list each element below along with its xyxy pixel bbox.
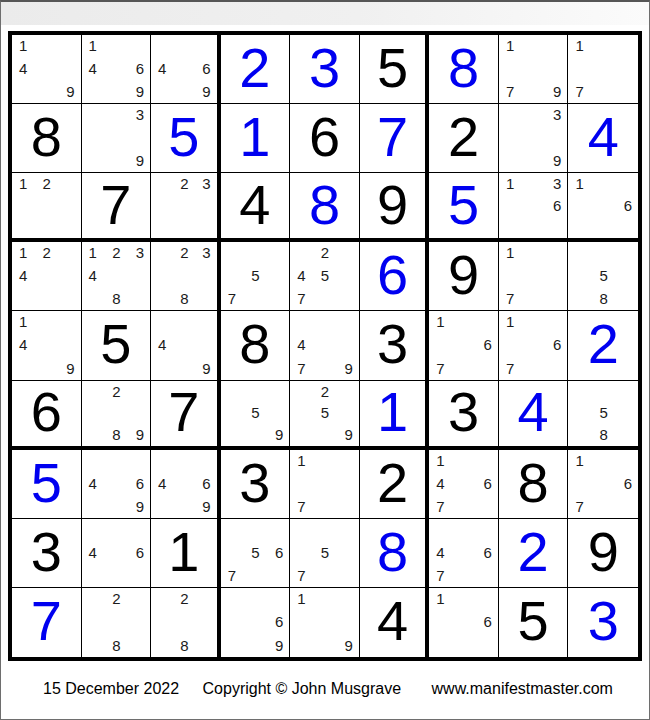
pencil-mark: 5 [321,268,329,283]
cell-r9c4[interactable]: 69 [221,588,291,657]
cell-r8c1[interactable]: 3 [12,519,82,588]
cell-r7c1[interactable]: 5 [12,450,82,519]
pencil-mark: 1 [297,453,305,468]
cell-r2c3[interactable]: 5 [151,104,221,173]
cell-value-given: 5 [100,316,131,372]
cell-value-given: 2 [448,109,479,165]
pencil-mark: 4 [158,61,166,76]
pencil-mark: 4 [19,337,27,352]
pencil-mark: 3 [136,245,144,260]
pencil-mark: 7 [228,291,236,306]
pencil-mark: 5 [600,268,608,283]
cell-value-solved: 4 [588,109,619,165]
cell-r4c7[interactable]: 9 [429,242,499,311]
pencil-mark: 4 [297,268,305,283]
pencil-marks: 469 [82,450,151,518]
pencil-marks: 167 [499,311,568,379]
cell-r8c6[interactable]: 8 [360,519,430,588]
cell-r1c7[interactable]: 8 [429,35,499,104]
pencil-mark: 2 [321,384,329,399]
cell-value-solved: 3 [309,40,340,96]
pencil-mark: 5 [251,405,259,420]
cell-value-solved: 5 [31,455,62,511]
cell-r1c1[interactable]: 149 [12,35,82,104]
pencil-mark: 5 [600,405,608,420]
cell-value-given: 9 [448,247,479,303]
cell-r6c4[interactable]: 59 [221,381,291,450]
pencil-mark: 9 [202,84,210,99]
cell-r5c5[interactable]: 479 [290,311,360,380]
pencil-mark: 1 [19,38,27,53]
pencil-mark: 6 [484,614,492,629]
cell-r3c1[interactable]: 12 [12,173,82,242]
footer-website: www.manifestmaster.com [432,680,613,697]
pencil-mark: 6 [275,614,283,629]
cell-r4c4[interactable]: 57 [221,242,291,311]
pencil-mark: 1 [19,314,27,329]
pencil-mark: 3 [553,107,561,122]
pencil-mark: 6 [624,476,632,491]
pencil-mark: 9 [136,153,144,168]
pencil-mark: 9 [344,361,352,376]
cell-r9c3[interactable]: 28 [151,588,221,657]
pencil-marks: 289 [82,381,151,446]
pencil-mark: 6 [136,545,144,560]
pencil-mark: 9 [275,638,283,653]
pencil-mark: 1 [506,245,514,260]
cell-r2c5[interactable]: 6 [290,104,360,173]
cell-r9c8[interactable]: 5 [499,588,569,657]
cell-r3c3[interactable]: 23 [151,173,221,242]
pencil-marks: 69 [221,588,290,657]
pencil-mark: 2 [180,245,188,260]
pencil-mark: 4 [89,476,97,491]
pencil-mark: 6 [202,476,210,491]
pencil-mark: 8 [112,291,120,306]
cell-r7c9[interactable]: 167 [568,450,638,519]
pencil-mark: 9 [344,638,352,653]
sudoku-page: 1491469469235817917839516723941272348951… [0,0,650,720]
cell-value-solved: 2 [239,40,270,96]
cell-value-given: 2 [377,455,408,511]
cell-r2c1[interactable]: 8 [12,104,82,173]
pencil-mark: 9 [136,427,144,442]
pencil-mark: 1 [19,176,27,191]
pencil-mark: 2 [180,591,188,606]
cell-r5c3[interactable]: 49 [151,311,221,380]
cell-value-given: 1 [168,524,199,580]
pencil-mark: 9 [136,499,144,514]
pencil-mark: 8 [112,427,120,442]
pencil-mark: 5 [251,545,259,560]
pencil-mark: 1 [436,314,444,329]
cell-value-given: 4 [239,177,270,233]
pencil-mark: 9 [344,427,352,442]
cell-r3c5[interactable]: 8 [290,173,360,242]
cell-r9c9[interactable]: 3 [568,588,638,657]
pencil-mark: 6 [202,61,210,76]
pencil-mark: 9 [66,84,74,99]
cell-r9c7[interactable]: 16 [429,588,499,657]
cell-value-given: 3 [448,384,479,440]
cell-value-given: 8 [518,455,549,511]
cell-value-given: 4 [377,593,408,649]
pencil-marks: 39 [82,104,151,172]
cell-r2c6[interactable]: 7 [360,104,430,173]
cell-value-solved: 8 [309,177,340,233]
pencil-marks: 23 [151,173,217,238]
cell-r4c5[interactable]: 2457 [290,242,360,311]
pencil-mark: 4 [89,61,97,76]
pencil-mark: 7 [506,84,514,99]
cell-value-solved: 2 [518,524,549,580]
pencil-mark: 8 [180,291,188,306]
pencil-marks: 39 [499,104,568,172]
cell-r3c6[interactable]: 9 [360,173,430,242]
cell-r7c6[interactable]: 2 [360,450,430,519]
cell-value-given: 5 [518,593,549,649]
cell-value-solved: 8 [377,524,408,580]
cell-r8c5[interactable]: 57 [290,519,360,588]
cell-value-given: 9 [588,524,619,580]
pencil-marks: 238 [151,242,217,310]
cell-r8c2[interactable]: 46 [82,519,152,588]
cell-r5c1[interactable]: 149 [12,311,82,380]
pencil-mark: 3 [202,176,210,191]
pencil-mark: 7 [575,499,583,514]
pencil-mark: 1 [506,176,514,191]
pencil-mark: 7 [575,84,583,99]
pencil-mark: 1 [436,591,444,606]
pencil-mark: 9 [136,84,144,99]
cell-r4c6[interactable]: 6 [360,242,430,311]
cell-r6c2[interactable]: 289 [82,381,152,450]
cell-value-solved: 8 [448,40,479,96]
cell-r8c3[interactable]: 1 [151,519,221,588]
cell-value-solved: 2 [588,316,619,372]
cell-value-solved: 5 [448,177,479,233]
pencil-marks: 58 [568,381,638,446]
pencil-mark: 9 [275,427,283,442]
cell-r7c2[interactable]: 469 [82,450,152,519]
pencil-mark: 1 [89,38,97,53]
cell-r5c9[interactable]: 2 [568,311,638,380]
pencil-marks: 467 [429,519,498,587]
pencil-mark: 9 [553,84,561,99]
cell-r6c3[interactable]: 7 [151,381,221,450]
cell-r7c4[interactable]: 3 [221,450,291,519]
pencil-mark: 2 [43,176,51,191]
pencil-mark: 7 [297,361,305,376]
cell-r2c4[interactable]: 1 [221,104,291,173]
pencil-marks: 149 [12,311,81,379]
pencil-mark: 7 [506,291,514,306]
cell-r7c8[interactable]: 8 [499,450,569,519]
pencil-marks: 1469 [82,35,151,103]
cell-r5c2[interactable]: 5 [82,311,152,380]
pencil-marks: 136 [499,173,568,238]
cell-r9c6[interactable]: 4 [360,588,430,657]
pencil-marks: 16 [568,173,638,238]
pencil-mark: 7 [436,361,444,376]
pencil-mark: 6 [136,61,144,76]
cell-r9c5[interactable]: 19 [290,588,360,657]
pencil-mark: 7 [436,568,444,583]
cell-value-solved: 7 [377,109,408,165]
pencil-marks: 57 [221,242,290,310]
pencil-mark: 4 [19,61,27,76]
cell-r1c6[interactable]: 5 [360,35,430,104]
pencil-mark: 1 [19,245,27,260]
pencil-mark: 4 [19,268,27,283]
pencil-mark: 4 [436,476,444,491]
cell-r3c2[interactable]: 7 [82,173,152,242]
pencil-mark: 3 [202,245,210,260]
cell-r9c2[interactable]: 28 [82,588,152,657]
pencil-mark: 1 [575,453,583,468]
pencil-mark: 8 [600,291,608,306]
cell-r4c9[interactable]: 58 [568,242,638,311]
cell-r1c9[interactable]: 17 [568,35,638,104]
cell-r5c7[interactable]: 167 [429,311,499,380]
cell-r5c6[interactable]: 3 [360,311,430,380]
cell-r2c8[interactable]: 39 [499,104,569,173]
pencil-marks: 28 [151,588,217,657]
pencil-mark: 6 [553,198,561,213]
cell-r4c8[interactable]: 17 [499,242,569,311]
pencil-marks: 49 [151,311,217,379]
pencil-mark: 4 [297,337,305,352]
pencil-marks: 124 [12,242,81,310]
cell-r6c8[interactable]: 4 [499,381,569,450]
cell-value-solved: 5 [168,109,199,165]
cell-r4c1[interactable]: 124 [12,242,82,311]
cell-value-given: 9 [377,177,408,233]
pencil-marks: 17 [290,450,359,518]
cell-r1c5[interactable]: 3 [290,35,360,104]
cell-r3c4[interactable]: 4 [221,173,291,242]
cell-value-given: 7 [100,177,131,233]
cell-value-given: 7 [168,384,199,440]
pencil-marks: 469 [151,35,217,103]
pencil-marks: 479 [290,311,359,379]
pencil-mark: 4 [89,268,97,283]
cell-value-solved: 4 [518,384,549,440]
pencil-mark: 3 [553,176,561,191]
cell-value-solved: 1 [377,384,408,440]
pencil-mark: 1 [297,591,305,606]
cell-value-given: 3 [31,524,62,580]
footer-date: 15 December 2022 [43,680,179,697]
cell-r2c2[interactable]: 39 [82,104,152,173]
cell-value-given: 8 [31,109,62,165]
pencil-marks: 2457 [290,242,359,310]
pencil-marks: 57 [290,519,359,587]
cell-r5c8[interactable]: 167 [499,311,569,380]
pencil-mark: 1 [506,314,514,329]
pencil-marks: 1467 [429,450,498,518]
cell-r8c7[interactable]: 467 [429,519,499,588]
pencil-marks: 179 [499,35,568,103]
cell-r1c2[interactable]: 1469 [82,35,152,104]
cell-r5c4[interactable]: 8 [221,311,291,380]
cell-r2c7[interactable]: 2 [429,104,499,173]
pencil-mark: 7 [297,291,305,306]
pencil-mark: 2 [112,591,120,606]
pencil-mark: 9 [553,153,561,168]
pencil-mark: 2 [180,176,188,191]
pencil-mark: 9 [202,499,210,514]
cell-value-solved: 1 [239,109,270,165]
pencil-marks: 12 [12,173,81,238]
pencil-marks: 19 [290,588,359,657]
pencil-mark: 4 [436,545,444,560]
cell-r2c9[interactable]: 4 [568,104,638,173]
cell-value-given: 3 [377,316,408,372]
pencil-marks: 28 [82,588,151,657]
footer: 15 December 2022 Copyright © John Musgra… [43,680,613,698]
pencil-marks: 17 [568,35,638,103]
cell-value-given: 6 [309,109,340,165]
pencil-mark: 2 [112,384,120,399]
cell-r6c9[interactable]: 58 [568,381,638,450]
pencil-mark: 6 [484,476,492,491]
window-topbar [1,2,649,25]
pencil-mark: 1 [89,245,97,260]
pencil-marks: 567 [221,519,290,587]
footer-copyright: Copyright © John Musgrave [203,680,402,697]
pencil-mark: 1 [506,38,514,53]
pencil-mark: 1 [575,176,583,191]
pencil-mark: 5 [321,405,329,420]
cell-r1c3[interactable]: 469 [151,35,221,104]
pencil-mark: 4 [158,476,166,491]
pencil-mark: 6 [624,198,632,213]
pencil-mark: 6 [484,337,492,352]
cell-r3c7[interactable]: 5 [429,173,499,242]
pencil-marks: 167 [429,311,498,379]
pencil-mark: 6 [136,476,144,491]
cell-value-given: 5 [377,40,408,96]
pencil-marks: 259 [290,381,359,446]
pencil-marks: 59 [221,381,290,446]
pencil-marks: 17 [499,242,568,310]
cell-r3c8[interactable]: 136 [499,173,569,242]
cell-r8c4[interactable]: 567 [221,519,291,588]
pencil-marks: 167 [568,450,638,518]
pencil-mark: 5 [251,268,259,283]
pencil-mark: 7 [506,361,514,376]
pencil-mark: 8 [112,638,120,653]
pencil-mark: 3 [136,107,144,122]
pencil-mark: 1 [575,38,583,53]
cell-r3c9[interactable]: 16 [568,173,638,242]
pencil-marks: 469 [151,450,217,518]
pencil-mark: 4 [89,545,97,560]
pencil-marks: 16 [429,588,498,657]
pencil-mark: 2 [321,245,329,260]
pencil-mark: 4 [158,337,166,352]
cell-r1c8[interactable]: 179 [499,35,569,104]
cell-r8c9[interactable]: 9 [568,519,638,588]
cell-r1c4[interactable]: 2 [221,35,291,104]
cell-r6c1[interactable]: 6 [12,381,82,450]
pencil-mark: 2 [112,245,120,260]
pencil-mark: 5 [321,545,329,560]
pencil-marks: 12348 [82,242,151,310]
cell-value-given: 3 [239,455,270,511]
cell-r4c3[interactable]: 238 [151,242,221,311]
cell-r7c7[interactable]: 1467 [429,450,499,519]
cell-r8c8[interactable]: 2 [499,519,569,588]
cell-r7c5[interactable]: 17 [290,450,360,519]
cell-r7c3[interactable]: 469 [151,450,221,519]
pencil-marks: 46 [82,519,151,587]
pencil-mark: 9 [202,361,210,376]
cell-r4c2[interactable]: 12348 [82,242,152,311]
cell-r6c6[interactable]: 1 [360,381,430,450]
pencil-mark: 6 [484,545,492,560]
cell-value-solved: 3 [588,593,619,649]
pencil-mark: 7 [297,568,305,583]
pencil-marks: 149 [12,35,81,103]
pencil-marks: 58 [568,242,638,310]
pencil-mark: 6 [553,337,561,352]
pencil-mark: 9 [66,361,74,376]
cell-r6c5[interactable]: 259 [290,381,360,450]
pencil-mark: 7 [228,568,236,583]
cell-value-given: 6 [31,384,62,440]
cell-value-solved: 7 [31,593,62,649]
pencil-mark: 7 [297,499,305,514]
cell-r9c1[interactable]: 7 [12,588,82,657]
cell-r6c7[interactable]: 3 [429,381,499,450]
pencil-mark: 7 [436,499,444,514]
pencil-mark: 2 [43,245,51,260]
pencil-mark: 1 [436,453,444,468]
cell-value-given: 8 [239,316,270,372]
pencil-mark: 6 [275,545,283,560]
pencil-mark: 8 [600,427,608,442]
cell-value-solved: 6 [377,247,408,303]
sudoku-board: 1491469469235817917839516723941272348951… [8,31,642,661]
pencil-mark: 8 [180,638,188,653]
